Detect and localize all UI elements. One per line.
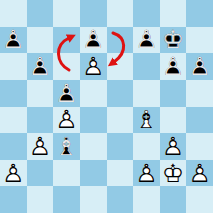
chessboard: ♟♙♟♙♟♙♚♔♟♙♟♙♟♙♟♙♟♙♟♙♝♗♟♙♝♗♟♙♟♙♟♙♚♔♟♙ bbox=[0, 0, 213, 213]
king-glyph-outline: ♔ bbox=[160, 27, 187, 54]
black-pawn-d7[interactable]: ♟♙ bbox=[80, 27, 107, 54]
square-e5[interactable] bbox=[107, 80, 134, 107]
black-pawn-a7[interactable]: ♟♙ bbox=[0, 27, 27, 54]
black-pawn-g6[interactable]: ♟♙ bbox=[160, 53, 187, 80]
bishop-glyph-outline: ♗ bbox=[53, 133, 80, 160]
square-e2[interactable] bbox=[107, 160, 134, 187]
white-king-g2[interactable]: ♚♔ bbox=[160, 160, 187, 187]
square-h3[interactable] bbox=[186, 133, 213, 160]
square-b3[interactable]: ♟♙ bbox=[27, 133, 54, 160]
square-g6[interactable]: ♟♙ bbox=[160, 53, 187, 80]
square-d3[interactable] bbox=[80, 133, 107, 160]
square-f1[interactable] bbox=[133, 186, 160, 213]
square-a8[interactable] bbox=[0, 0, 27, 27]
square-h2[interactable]: ♟♙ bbox=[186, 160, 213, 187]
pawn-glyph-outline: ♙ bbox=[0, 27, 27, 54]
square-a1[interactable] bbox=[0, 186, 27, 213]
bishop-glyph-outline: ♗ bbox=[133, 107, 160, 134]
square-e8[interactable] bbox=[107, 0, 134, 27]
bishop-glyph-fill: ♝ bbox=[53, 133, 80, 160]
pawn-glyph-fill: ♟ bbox=[133, 27, 160, 54]
square-g3[interactable]: ♟♙ bbox=[160, 133, 187, 160]
board-squares: ♟♙♟♙♟♙♚♔♟♙♟♙♟♙♟♙♟♙♟♙♝♗♟♙♝♗♟♙♟♙♟♙♚♔♟♙ bbox=[0, 0, 213, 213]
black-pawn-h6[interactable]: ♟♙ bbox=[186, 53, 213, 80]
pawn-glyph-outline: ♙ bbox=[80, 27, 107, 54]
square-d6[interactable]: ♟♙ bbox=[80, 53, 107, 80]
black-pawn-c5[interactable]: ♟♙ bbox=[53, 80, 80, 107]
pawn-glyph-fill: ♟ bbox=[27, 53, 54, 80]
white-pawn-d6[interactable]: ♟♙ bbox=[80, 53, 107, 80]
pawn-glyph-outline: ♙ bbox=[160, 133, 187, 160]
white-pawn-h2[interactable]: ♟♙ bbox=[186, 160, 213, 187]
pawn-glyph-outline: ♙ bbox=[0, 160, 27, 187]
square-b6[interactable]: ♟♙ bbox=[27, 53, 54, 80]
square-d1[interactable] bbox=[80, 186, 107, 213]
square-f4[interactable]: ♝♗ bbox=[133, 107, 160, 134]
square-g7[interactable]: ♚♔ bbox=[160, 27, 187, 54]
pawn-glyph-outline: ♙ bbox=[27, 133, 54, 160]
pawn-glyph-outline: ♙ bbox=[133, 27, 160, 54]
square-f2[interactable]: ♟♙ bbox=[133, 160, 160, 187]
square-c4[interactable]: ♟♙ bbox=[53, 107, 80, 134]
square-c6[interactable] bbox=[53, 53, 80, 80]
bishop-glyph-fill: ♝ bbox=[133, 107, 160, 134]
square-h6[interactable]: ♟♙ bbox=[186, 53, 213, 80]
king-glyph-outline: ♔ bbox=[160, 160, 187, 187]
square-g5[interactable] bbox=[160, 80, 187, 107]
pawn-glyph-fill: ♟ bbox=[80, 53, 107, 80]
white-pawn-c4[interactable]: ♟♙ bbox=[53, 107, 80, 134]
pawn-glyph-outline: ♙ bbox=[186, 160, 213, 187]
square-g8[interactable] bbox=[160, 0, 187, 27]
pawn-glyph-outline: ♙ bbox=[186, 53, 213, 80]
pawn-glyph-outline: ♙ bbox=[53, 107, 80, 134]
pawn-glyph-fill: ♟ bbox=[186, 53, 213, 80]
pawn-glyph-outline: ♙ bbox=[53, 80, 80, 107]
black-king-g7[interactable]: ♚♔ bbox=[160, 27, 187, 54]
black-bishop-c3[interactable]: ♝♗ bbox=[53, 133, 80, 160]
square-b8[interactable] bbox=[27, 0, 54, 27]
square-g1[interactable] bbox=[160, 186, 187, 213]
square-d5[interactable] bbox=[80, 80, 107, 107]
square-b7[interactable] bbox=[27, 27, 54, 54]
square-f6[interactable] bbox=[133, 53, 160, 80]
square-a5[interactable] bbox=[0, 80, 27, 107]
white-pawn-g3[interactable]: ♟♙ bbox=[160, 133, 187, 160]
square-g2[interactable]: ♚♔ bbox=[160, 160, 187, 187]
square-b1[interactable] bbox=[27, 186, 54, 213]
pawn-glyph-fill: ♟ bbox=[133, 160, 160, 187]
square-c8[interactable] bbox=[53, 0, 80, 27]
pawn-glyph-fill: ♟ bbox=[160, 133, 187, 160]
square-f8[interactable] bbox=[133, 0, 160, 27]
square-d8[interactable] bbox=[80, 0, 107, 27]
pawn-glyph-fill: ♟ bbox=[53, 107, 80, 134]
square-h1[interactable] bbox=[186, 186, 213, 213]
square-a3[interactable] bbox=[0, 133, 27, 160]
pawn-glyph-fill: ♟ bbox=[0, 27, 27, 54]
square-c7[interactable] bbox=[53, 27, 80, 54]
square-a6[interactable] bbox=[0, 53, 27, 80]
square-h5[interactable] bbox=[186, 80, 213, 107]
square-h4[interactable] bbox=[186, 107, 213, 134]
pawn-glyph-fill: ♟ bbox=[160, 53, 187, 80]
square-e7[interactable] bbox=[107, 27, 134, 54]
pawn-glyph-outline: ♙ bbox=[133, 160, 160, 187]
square-d4[interactable] bbox=[80, 107, 107, 134]
black-pawn-b6[interactable]: ♟♙ bbox=[27, 53, 54, 80]
square-h8[interactable] bbox=[186, 0, 213, 27]
square-e4[interactable] bbox=[107, 107, 134, 134]
pawn-glyph-fill: ♟ bbox=[27, 133, 54, 160]
pawn-glyph-fill: ♟ bbox=[80, 27, 107, 54]
pawn-glyph-outline: ♙ bbox=[27, 53, 54, 80]
square-f3[interactable] bbox=[133, 133, 160, 160]
pawn-glyph-fill: ♟ bbox=[53, 80, 80, 107]
square-g4[interactable] bbox=[160, 107, 187, 134]
square-e6[interactable] bbox=[107, 53, 134, 80]
square-e3[interactable] bbox=[107, 133, 134, 160]
square-c1[interactable] bbox=[53, 186, 80, 213]
white-bishop-f4[interactable]: ♝♗ bbox=[133, 107, 160, 134]
black-pawn-f7[interactable]: ♟♙ bbox=[133, 27, 160, 54]
square-f5[interactable] bbox=[133, 80, 160, 107]
pawn-glyph-fill: ♟ bbox=[186, 160, 213, 187]
square-c5[interactable]: ♟♙ bbox=[53, 80, 80, 107]
square-b5[interactable] bbox=[27, 80, 54, 107]
square-a7[interactable]: ♟♙ bbox=[0, 27, 27, 54]
square-a4[interactable] bbox=[0, 107, 27, 134]
pawn-glyph-outline: ♙ bbox=[160, 53, 187, 80]
square-e1[interactable] bbox=[107, 186, 134, 213]
king-glyph-fill: ♚ bbox=[160, 160, 187, 187]
pawn-glyph-fill: ♟ bbox=[0, 160, 27, 187]
white-pawn-a2[interactable]: ♟♙ bbox=[0, 160, 27, 187]
square-h7[interactable] bbox=[186, 27, 213, 54]
square-c2[interactable] bbox=[53, 160, 80, 187]
square-a2[interactable]: ♟♙ bbox=[0, 160, 27, 187]
white-pawn-b3[interactable]: ♟♙ bbox=[27, 133, 54, 160]
square-d7[interactable]: ♟♙ bbox=[80, 27, 107, 54]
square-f7[interactable]: ♟♙ bbox=[133, 27, 160, 54]
square-b4[interactable] bbox=[27, 107, 54, 134]
square-d2[interactable] bbox=[80, 160, 107, 187]
square-b2[interactable] bbox=[27, 160, 54, 187]
pawn-glyph-outline: ♙ bbox=[80, 53, 107, 80]
square-c3[interactable]: ♝♗ bbox=[53, 133, 80, 160]
white-pawn-f2[interactable]: ♟♙ bbox=[133, 160, 160, 187]
king-glyph-fill: ♚ bbox=[160, 27, 187, 54]
